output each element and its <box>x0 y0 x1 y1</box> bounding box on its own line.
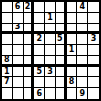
cell-r4c8[interactable] <box>77 34 88 45</box>
cell-r1c4[interactable] <box>34 2 45 13</box>
cell-r4c1[interactable] <box>2 34 13 45</box>
cell-r9c1[interactable] <box>2 88 13 99</box>
given-digit-r8c1[interactable]: 7 <box>2 77 13 88</box>
cell-r3c3[interactable] <box>24 24 35 35</box>
cell-r6c8[interactable] <box>77 56 88 67</box>
given-digit-r7c5[interactable]: 3 <box>45 67 56 78</box>
cell-r2c7[interactable] <box>67 13 78 24</box>
cell-r1c9[interactable] <box>88 2 99 13</box>
cell-r9c3[interactable] <box>24 88 35 99</box>
cell-r9c5[interactable] <box>45 88 56 99</box>
cell-r5c9[interactable] <box>88 45 99 56</box>
cell-r3c5[interactable] <box>45 24 56 35</box>
given-digit-r5c7[interactable]: 1 <box>67 45 78 56</box>
given-digit-r1c2[interactable]: 6 <box>13 2 24 13</box>
given-digit-r4c9[interactable]: 3 <box>88 34 99 45</box>
cell-r5c6[interactable] <box>56 45 67 56</box>
cell-r9c7[interactable] <box>67 88 78 99</box>
cell-r4c5[interactable] <box>45 34 56 45</box>
given-digit-r9c8[interactable]: 9 <box>77 88 88 99</box>
given-digit-r4c4[interactable]: 2 <box>34 34 45 45</box>
cell-r8c5[interactable] <box>45 77 56 88</box>
cell-r6c2[interactable] <box>13 56 24 67</box>
cell-r1c5[interactable] <box>45 2 56 13</box>
cell-r7c6[interactable] <box>56 67 67 78</box>
cell-r1c6[interactable] <box>56 2 67 13</box>
cell-r6c5[interactable] <box>45 56 56 67</box>
cell-r5c4[interactable] <box>34 45 45 56</box>
cell-r5c3[interactable] <box>24 45 35 56</box>
cell-r3c8[interactable] <box>77 24 88 35</box>
cell-r2c4[interactable] <box>34 13 45 24</box>
cell-r5c1[interactable] <box>2 45 13 56</box>
cell-r3c1[interactable] <box>2 24 13 35</box>
cell-r5c8[interactable] <box>77 45 88 56</box>
cell-r6c3[interactable] <box>24 56 35 67</box>
cell-r8c2[interactable] <box>13 77 24 88</box>
cell-r3c7[interactable] <box>67 24 78 35</box>
cell-r2c3[interactable] <box>24 13 35 24</box>
cell-r7c7[interactable] <box>67 67 78 78</box>
cell-r7c8[interactable] <box>77 67 88 78</box>
cell-r8c3[interactable] <box>24 77 35 88</box>
given-digit-r7c4[interactable]: 5 <box>34 67 45 78</box>
given-digit-r7c1[interactable]: 1 <box>2 67 13 78</box>
cell-r7c9[interactable] <box>88 67 99 78</box>
cell-r3c6[interactable] <box>56 24 67 35</box>
cell-r2c2[interactable] <box>13 13 24 24</box>
given-digit-r4c6[interactable]: 5 <box>56 34 67 45</box>
cell-r2c1[interactable] <box>2 13 13 24</box>
cell-r6c4[interactable] <box>34 56 45 67</box>
cell-r1c7[interactable] <box>67 2 78 13</box>
cell-r4c3[interactable] <box>24 34 35 45</box>
given-digit-r1c8[interactable]: 4 <box>77 2 88 13</box>
given-digit-r2c5[interactable]: 1 <box>45 13 56 24</box>
cell-r6c6[interactable] <box>56 56 67 67</box>
cell-r4c7[interactable] <box>67 34 78 45</box>
cell-r9c2[interactable] <box>13 88 24 99</box>
cell-r7c2[interactable] <box>13 67 24 78</box>
cell-r5c2[interactable] <box>13 45 24 56</box>
cell-r2c6[interactable] <box>56 13 67 24</box>
given-digit-r1c3[interactable]: 2 <box>24 2 35 13</box>
cell-r8c4[interactable] <box>34 77 45 88</box>
cell-r7c3[interactable] <box>24 67 35 78</box>
given-digit-r8c7[interactable]: 8 <box>67 77 78 88</box>
given-digit-r3c2[interactable]: 3 <box>13 24 24 35</box>
cell-r3c4[interactable] <box>34 24 45 35</box>
cell-r6c7[interactable] <box>67 56 78 67</box>
cell-r5c5[interactable] <box>45 45 56 56</box>
cell-r2c8[interactable] <box>77 13 88 24</box>
cell-r8c6[interactable] <box>56 77 67 88</box>
cell-r6c9[interactable] <box>88 56 99 67</box>
sudoku-board: 62413253181537869 <box>0 0 101 101</box>
cell-r8c8[interactable] <box>77 77 88 88</box>
cell-r3c9[interactable] <box>88 24 99 35</box>
cell-r8c9[interactable] <box>88 77 99 88</box>
given-digit-r9c4[interactable]: 6 <box>34 88 45 99</box>
cell-r9c9[interactable] <box>88 88 99 99</box>
cell-r2c9[interactable] <box>88 13 99 24</box>
cell-r1c1[interactable] <box>2 2 13 13</box>
cell-r4c2[interactable] <box>13 34 24 45</box>
cell-r9c6[interactable] <box>56 88 67 99</box>
given-digit-r6c1[interactable]: 8 <box>2 56 13 67</box>
